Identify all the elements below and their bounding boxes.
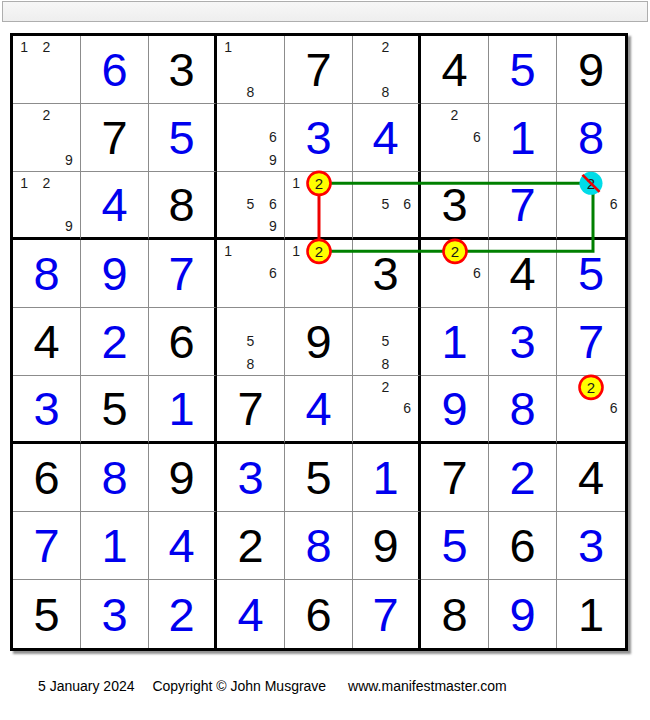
cell-r3c5[interactable]: 1 xyxy=(285,172,353,240)
given-digit: 3 xyxy=(168,46,194,93)
given-digit: 4 xyxy=(33,318,59,365)
candidates: 1 xyxy=(285,172,352,237)
solved-digit: 5 xyxy=(509,46,535,93)
given-digit: 2 xyxy=(237,522,263,569)
solved-digit: 4 xyxy=(168,522,194,569)
candidates: 56 xyxy=(353,172,418,237)
solved-digit: 2 xyxy=(509,454,535,501)
given-digit: 8 xyxy=(168,181,194,228)
solved-digit: 4 xyxy=(305,385,331,432)
solved-digit: 1 xyxy=(168,385,194,432)
cell-r6c3[interactable]: 1 xyxy=(149,376,217,444)
cell-r6c5[interactable]: 4 xyxy=(285,376,353,444)
candidates: 6 xyxy=(421,240,488,307)
cell-r9c1[interactable]: 5 xyxy=(13,580,81,648)
candidates: 28 xyxy=(353,36,418,103)
cell-r1c4[interactable]: 18 xyxy=(217,36,285,104)
solved-digit: 8 xyxy=(578,114,604,161)
candidates: 58 xyxy=(217,308,284,375)
cell-r8c5[interactable]: 8 xyxy=(285,512,353,580)
candidates: 1 xyxy=(285,240,352,307)
cell-r3c9[interactable]: 6 xyxy=(557,172,625,240)
solved-digit: 2 xyxy=(168,591,194,638)
cell-r5c4[interactable]: 58 xyxy=(217,308,285,376)
cell-r9c2[interactable]: 3 xyxy=(81,580,149,648)
cell-r2c3[interactable]: 5 xyxy=(149,104,217,172)
candidates: 29 xyxy=(13,104,80,171)
cell-r5c8[interactable]: 3 xyxy=(489,308,557,376)
cell-r4c6[interactable]: 3 xyxy=(353,240,421,308)
solved-digit: 7 xyxy=(509,181,535,228)
cell-r3c2[interactable]: 4 xyxy=(81,172,149,240)
solved-digit: 4 xyxy=(372,114,398,161)
solved-digit: 8 xyxy=(305,522,331,569)
cell-r4c8[interactable]: 4 xyxy=(489,240,557,308)
given-digit: 6 xyxy=(305,591,331,638)
footer: 5 January 2024 Copyright © John Musgrave… xyxy=(38,678,507,694)
solved-digit: 7 xyxy=(578,318,604,365)
solved-digit: 8 xyxy=(101,454,127,501)
cell-r4c4[interactable]: 16 xyxy=(217,240,285,308)
given-digit: 5 xyxy=(305,454,331,501)
cell-r6c2[interactable]: 5 xyxy=(81,376,149,444)
solved-digit: 5 xyxy=(168,114,194,161)
candidates: 58 xyxy=(353,308,418,375)
cell-r5c1[interactable]: 4 xyxy=(13,308,81,376)
cell-r2c2[interactable]: 7 xyxy=(81,104,149,172)
candidates: 26 xyxy=(421,104,488,171)
candidates: 16 xyxy=(217,240,284,307)
cell-r6c1[interactable]: 3 xyxy=(13,376,81,444)
cell-r4c2[interactable]: 9 xyxy=(81,240,149,308)
cell-r5c3[interactable]: 6 xyxy=(149,308,217,376)
given-digit: 9 xyxy=(305,318,331,365)
cell-r3c3[interactable]: 8 xyxy=(149,172,217,240)
cell-r1c7[interactable]: 4 xyxy=(421,36,489,104)
cell-r2c7[interactable]: 26 xyxy=(421,104,489,172)
solved-digit: 1 xyxy=(372,454,398,501)
cell-r6c6[interactable]: 26 xyxy=(353,376,421,444)
solved-digit: 2 xyxy=(101,318,127,365)
solved-digit: 7 xyxy=(33,522,59,569)
cell-r4c1[interactable]: 8 xyxy=(13,240,81,308)
cell-r4c7[interactable]: 6 xyxy=(421,240,489,308)
solved-digit: 3 xyxy=(509,318,535,365)
cell-r2c8[interactable]: 1 xyxy=(489,104,557,172)
cell-r3c1[interactable]: 129 xyxy=(13,172,81,240)
cell-r7c3[interactable]: 9 xyxy=(149,444,217,512)
solved-digit: 8 xyxy=(33,250,59,297)
given-digit: 9 xyxy=(168,454,194,501)
cell-r7c9[interactable]: 4 xyxy=(557,444,625,512)
cell-r3c4[interactable]: 569 xyxy=(217,172,285,240)
cell-r7c7[interactable]: 7 xyxy=(421,444,489,512)
candidates: 26 xyxy=(353,376,418,441)
sudoku-board: 1263187284592975693426181294856915637689… xyxy=(10,33,628,651)
cell-r5c9[interactable]: 7 xyxy=(557,308,625,376)
solved-digit: 9 xyxy=(509,591,535,638)
solved-digit: 3 xyxy=(33,385,59,432)
given-digit: 4 xyxy=(509,250,535,297)
solved-digit: 3 xyxy=(101,591,127,638)
cell-r3c7[interactable]: 3 xyxy=(421,172,489,240)
cell-r1c8[interactable]: 5 xyxy=(489,36,557,104)
footer-copyright: Copyright © John Musgrave xyxy=(152,678,326,694)
cell-r2c4[interactable]: 69 xyxy=(217,104,285,172)
cell-r7c2[interactable]: 8 xyxy=(81,444,149,512)
given-digit: 6 xyxy=(168,318,194,365)
solved-digit: 7 xyxy=(168,250,194,297)
cell-r9c9[interactable]: 1 xyxy=(557,580,625,648)
solved-digit: 1 xyxy=(509,114,535,161)
cell-r7c8[interactable]: 2 xyxy=(489,444,557,512)
given-digit: 7 xyxy=(101,114,127,161)
cell-r4c3[interactable]: 7 xyxy=(149,240,217,308)
candidates: 18 xyxy=(217,36,284,103)
given-digit: 9 xyxy=(578,46,604,93)
solved-digit: 3 xyxy=(237,454,263,501)
solved-digit: 4 xyxy=(101,181,127,228)
solved-digit: 7 xyxy=(372,591,398,638)
cell-r7c5[interactable]: 5 xyxy=(285,444,353,512)
given-digit: 7 xyxy=(237,385,263,432)
cell-r8c2[interactable]: 1 xyxy=(81,512,149,580)
given-digit: 7 xyxy=(305,46,331,93)
cell-r1c1[interactable]: 12 xyxy=(13,36,81,104)
solved-digit: 3 xyxy=(578,522,604,569)
cell-r9c8[interactable]: 9 xyxy=(489,580,557,648)
solved-digit: 5 xyxy=(441,522,467,569)
cell-r8c8[interactable]: 6 xyxy=(489,512,557,580)
solved-digit: 4 xyxy=(237,591,263,638)
footer-website: www.manifestmaster.com xyxy=(348,678,507,694)
given-digit: 7 xyxy=(441,454,467,501)
top-bar xyxy=(2,1,648,22)
cell-r1c6[interactable]: 28 xyxy=(353,36,421,104)
given-digit: 4 xyxy=(441,46,467,93)
cell-r7c1[interactable]: 6 xyxy=(13,444,81,512)
cell-r2c1[interactable]: 29 xyxy=(13,104,81,172)
cell-r2c6[interactable]: 4 xyxy=(353,104,421,172)
solved-digit: 6 xyxy=(101,46,127,93)
cell-r6c7[interactable]: 9 xyxy=(421,376,489,444)
solved-digit: 1 xyxy=(441,318,467,365)
cell-r7c6[interactable]: 1 xyxy=(353,444,421,512)
cell-r9c7[interactable]: 8 xyxy=(421,580,489,648)
candidates: 6 xyxy=(557,172,625,237)
cell-r5c7[interactable]: 1 xyxy=(421,308,489,376)
cell-r9c5[interactable]: 6 xyxy=(285,580,353,648)
solved-digit: 3 xyxy=(305,114,331,161)
cell-r1c5[interactable]: 7 xyxy=(285,36,353,104)
cell-r4c9[interactable]: 5 xyxy=(557,240,625,308)
candidates: 129 xyxy=(13,172,80,237)
candidates: 12 xyxy=(13,36,80,103)
cell-r6c8[interactable]: 8 xyxy=(489,376,557,444)
given-digit: 6 xyxy=(509,522,535,569)
solved-digit: 8 xyxy=(509,385,535,432)
cell-r9c4[interactable]: 4 xyxy=(217,580,285,648)
cell-r1c2[interactable]: 6 xyxy=(81,36,149,104)
solved-digit: 5 xyxy=(578,250,604,297)
cell-r8c7[interactable]: 5 xyxy=(421,512,489,580)
cell-r5c2[interactable]: 2 xyxy=(81,308,149,376)
given-digit: 3 xyxy=(372,250,398,297)
candidates: 6 xyxy=(557,376,625,441)
footer-date: 5 January 2024 xyxy=(38,678,135,694)
cell-r1c9[interactable]: 9 xyxy=(557,36,625,104)
cell-r3c6[interactable]: 56 xyxy=(353,172,421,240)
cell-r8c6[interactable]: 9 xyxy=(353,512,421,580)
solved-digit: 9 xyxy=(441,385,467,432)
given-digit: 3 xyxy=(441,181,467,228)
cell-r1c3[interactable]: 3 xyxy=(149,36,217,104)
given-digit: 1 xyxy=(578,591,604,638)
cell-r8c9[interactable]: 3 xyxy=(557,512,625,580)
cell-r5c6[interactable]: 58 xyxy=(353,308,421,376)
cell-r2c5[interactable]: 3 xyxy=(285,104,353,172)
candidates: 569 xyxy=(217,172,284,237)
given-digit: 8 xyxy=(441,591,467,638)
cell-r8c1[interactable]: 7 xyxy=(13,512,81,580)
cell-r8c4[interactable]: 2 xyxy=(217,512,285,580)
cell-r6c4[interactable]: 7 xyxy=(217,376,285,444)
cell-r4c5[interactable]: 1 xyxy=(285,240,353,308)
given-digit: 9 xyxy=(372,522,398,569)
cell-r2c9[interactable]: 8 xyxy=(557,104,625,172)
given-digit: 4 xyxy=(578,454,604,501)
cell-r9c6[interactable]: 7 xyxy=(353,580,421,648)
solved-digit: 9 xyxy=(101,250,127,297)
cell-r3c8[interactable]: 7 xyxy=(489,172,557,240)
cell-r9c3[interactable]: 2 xyxy=(149,580,217,648)
solved-digit: 1 xyxy=(101,522,127,569)
cell-r5c5[interactable]: 9 xyxy=(285,308,353,376)
candidates: 69 xyxy=(217,104,284,171)
cell-r6c9[interactable]: 6 xyxy=(557,376,625,444)
given-digit: 5 xyxy=(33,591,59,638)
cell-r8c3[interactable]: 4 xyxy=(149,512,217,580)
given-digit: 5 xyxy=(101,385,127,432)
given-digit: 6 xyxy=(33,454,59,501)
cell-r7c4[interactable]: 3 xyxy=(217,444,285,512)
